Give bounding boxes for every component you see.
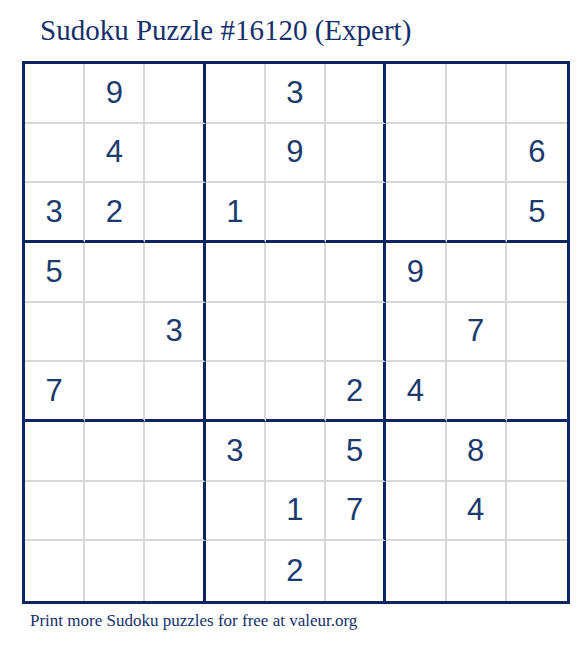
cell-r5c8: 7 — [447, 303, 507, 363]
cell-r2c4 — [206, 124, 266, 184]
cell-r1c9 — [507, 64, 567, 124]
cell-r8c3 — [145, 482, 205, 542]
cell-r7c5 — [266, 422, 326, 482]
sudoku-board: 93496321559377243581742 — [22, 61, 570, 604]
cell-r9c4 — [206, 541, 266, 601]
cell-r9c5: 2 — [266, 541, 326, 601]
cell-r1c4 — [206, 64, 266, 124]
cell-r1c8 — [447, 64, 507, 124]
cell-r1c5: 3 — [266, 64, 326, 124]
cell-r5c7 — [386, 303, 446, 363]
cell-r4c6 — [326, 243, 386, 303]
cell-r2c2: 4 — [85, 124, 145, 184]
cell-r8c6: 7 — [326, 482, 386, 542]
cell-r5c6 — [326, 303, 386, 363]
cell-r8c8: 4 — [447, 482, 507, 542]
cell-r3c3 — [145, 183, 205, 243]
cell-r7c3 — [145, 422, 205, 482]
cell-r8c4 — [206, 482, 266, 542]
cell-r1c6 — [326, 64, 386, 124]
cell-r4c7: 9 — [386, 243, 446, 303]
cell-r6c6: 2 — [326, 362, 386, 422]
cell-r1c7 — [386, 64, 446, 124]
cell-r8c1 — [25, 482, 85, 542]
cell-r3c9: 5 — [507, 183, 567, 243]
cell-r1c2: 9 — [85, 64, 145, 124]
cell-r4c1: 5 — [25, 243, 85, 303]
cell-r5c9 — [507, 303, 567, 363]
cell-r9c2 — [85, 541, 145, 601]
cell-r3c4: 1 — [206, 183, 266, 243]
cell-r9c1 — [25, 541, 85, 601]
cell-r4c8 — [447, 243, 507, 303]
cell-r7c8: 8 — [447, 422, 507, 482]
cell-r3c1: 3 — [25, 183, 85, 243]
cell-r3c8 — [447, 183, 507, 243]
cell-r2c7 — [386, 124, 446, 184]
cell-r6c9 — [507, 362, 567, 422]
cell-r6c4 — [206, 362, 266, 422]
cell-r8c9 — [507, 482, 567, 542]
cell-r5c5 — [266, 303, 326, 363]
cell-r6c5 — [266, 362, 326, 422]
sudoku-page: Sudoku Puzzle #16120 (Expert) 9349632155… — [0, 0, 580, 651]
cell-r4c4 — [206, 243, 266, 303]
cell-r9c7 — [386, 541, 446, 601]
cell-r9c6 — [326, 541, 386, 601]
cell-r8c7 — [386, 482, 446, 542]
cell-r6c7: 4 — [386, 362, 446, 422]
cell-r6c1: 7 — [25, 362, 85, 422]
cell-r2c3 — [145, 124, 205, 184]
cell-r7c1 — [25, 422, 85, 482]
cell-r6c3 — [145, 362, 205, 422]
cell-r5c4 — [206, 303, 266, 363]
cell-r2c9: 6 — [507, 124, 567, 184]
cell-r2c5: 9 — [266, 124, 326, 184]
cell-r6c2 — [85, 362, 145, 422]
cell-r3c6 — [326, 183, 386, 243]
cell-r7c7 — [386, 422, 446, 482]
cell-r7c2 — [85, 422, 145, 482]
cell-r8c5: 1 — [266, 482, 326, 542]
cell-r4c3 — [145, 243, 205, 303]
cell-r9c8 — [447, 541, 507, 601]
page-title: Sudoku Puzzle #16120 (Expert) — [40, 14, 411, 47]
cell-r2c8 — [447, 124, 507, 184]
cell-r9c9 — [507, 541, 567, 601]
cell-r7c4: 3 — [206, 422, 266, 482]
cell-r4c2 — [85, 243, 145, 303]
cell-r4c9 — [507, 243, 567, 303]
cell-r2c1 — [25, 124, 85, 184]
cell-r7c9 — [507, 422, 567, 482]
cell-r3c7 — [386, 183, 446, 243]
cell-r2c6 — [326, 124, 386, 184]
cell-r3c5 — [266, 183, 326, 243]
cell-r5c2 — [85, 303, 145, 363]
cell-r1c3 — [145, 64, 205, 124]
cell-r4c5 — [266, 243, 326, 303]
cell-r9c3 — [145, 541, 205, 601]
cell-r6c8 — [447, 362, 507, 422]
cell-r7c6: 5 — [326, 422, 386, 482]
cell-r5c1 — [25, 303, 85, 363]
cell-r3c2: 2 — [85, 183, 145, 243]
cell-r1c1 — [25, 64, 85, 124]
cell-r8c2 — [85, 482, 145, 542]
footer-text: Print more Sudoku puzzles for free at va… — [30, 611, 357, 631]
cell-r5c3: 3 — [145, 303, 205, 363]
